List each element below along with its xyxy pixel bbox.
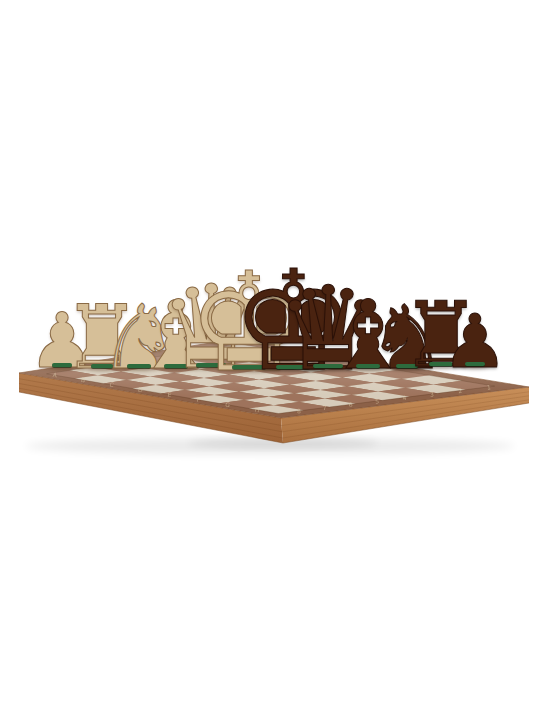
chess-piece-black-pawn: ♟	[442, 304, 508, 378]
chess-set-product-photo: ABCDEFGH12345678 ♟♜♞♝♛♚♚♛♝♞♜♟	[0, 0, 540, 720]
pieces-layer: ♟♜♞♝♛♚♚♛♝♞♜♟	[0, 0, 540, 720]
felt-base	[465, 362, 484, 366]
